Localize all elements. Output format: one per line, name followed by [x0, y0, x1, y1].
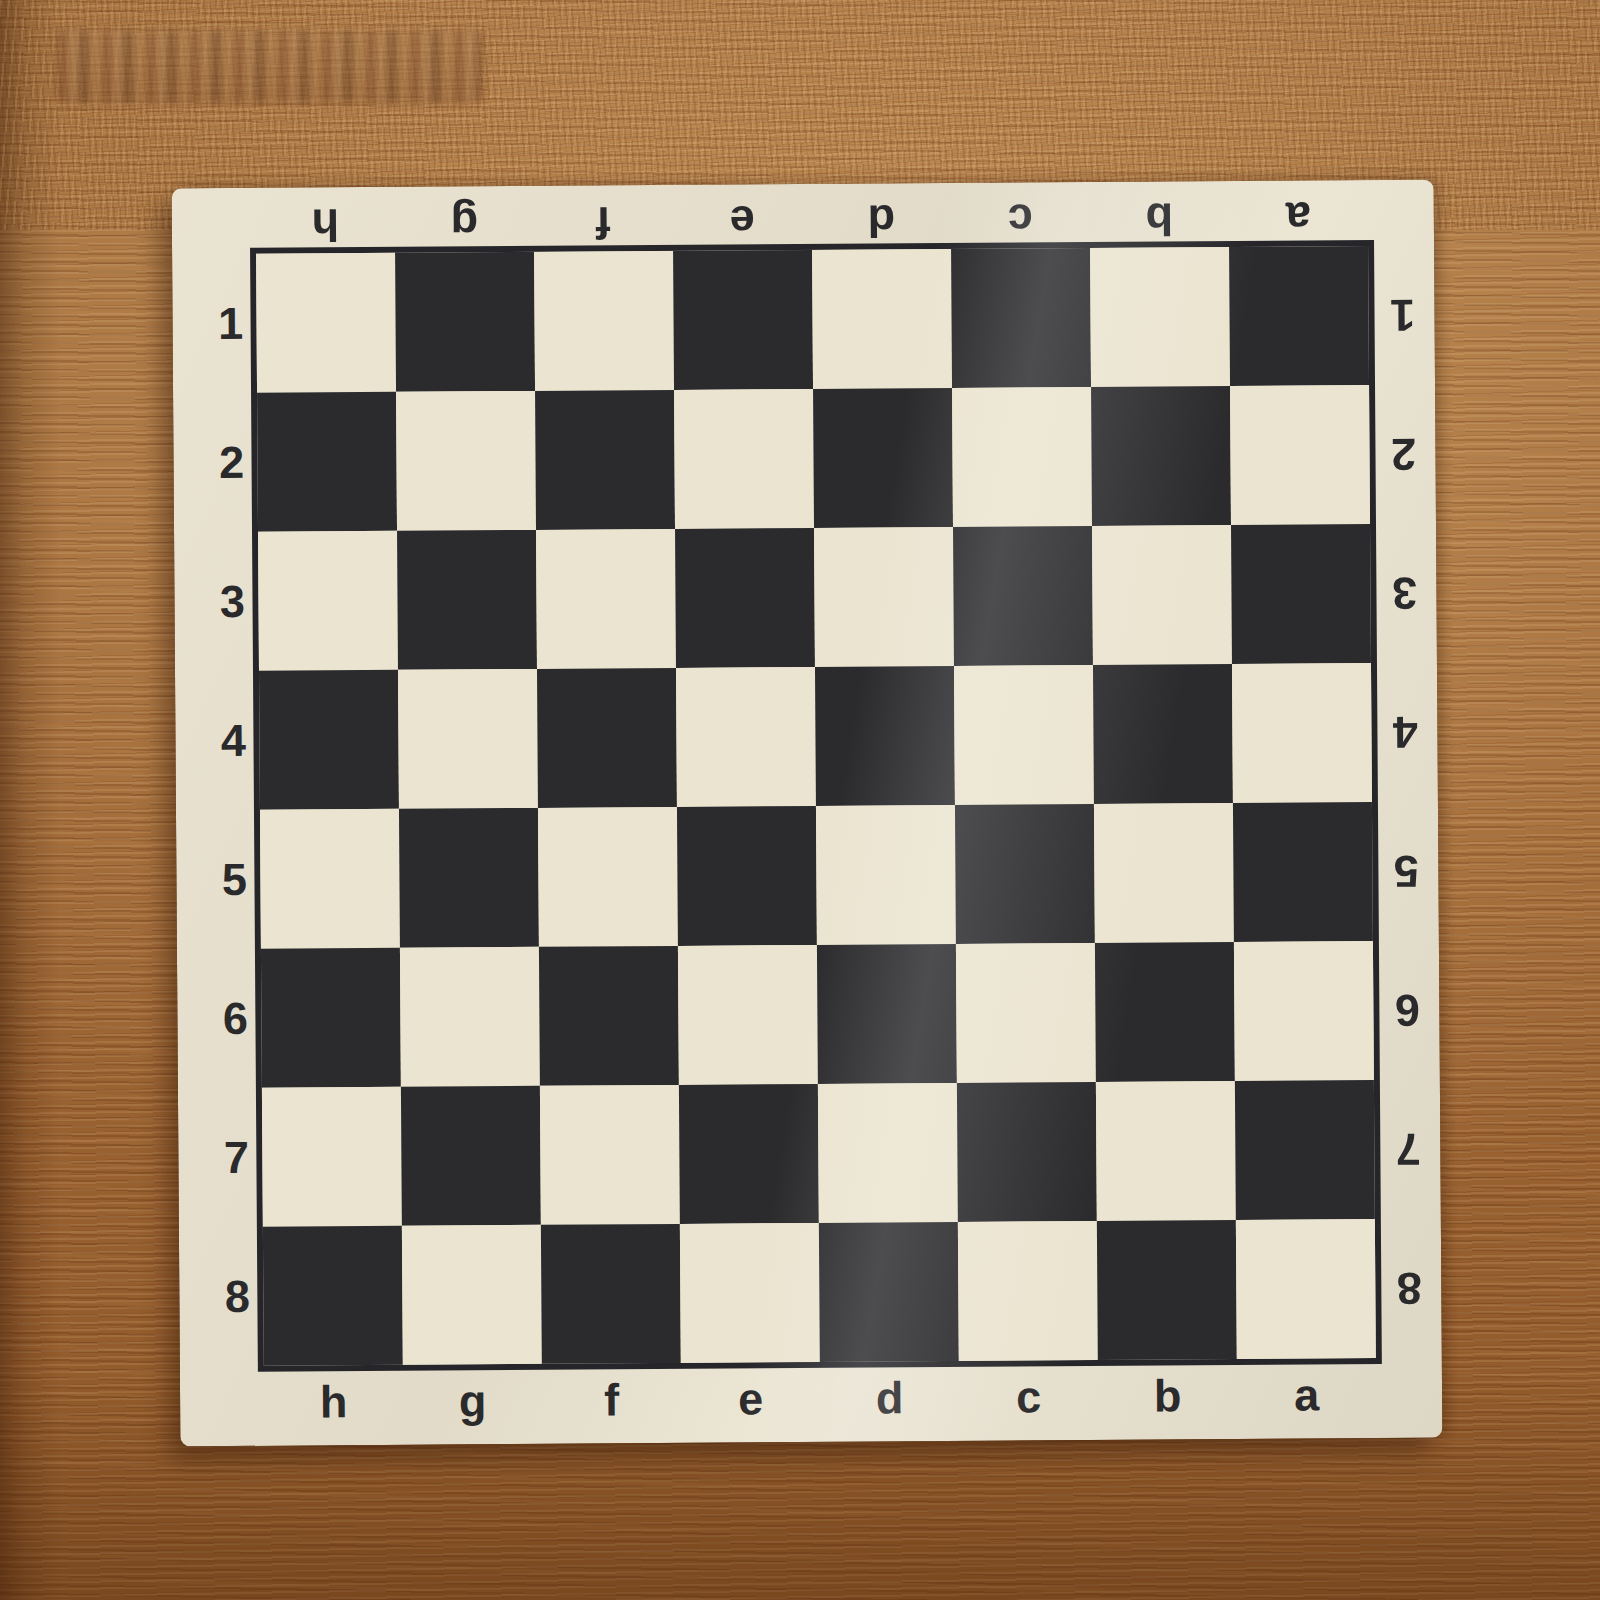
rank-right-label-4: 4: [1381, 663, 1430, 802]
rank-labels-right: 12345678: [1378, 246, 1434, 1358]
square-e4[interactable]: [676, 667, 816, 807]
square-e7[interactable]: [679, 1084, 819, 1224]
square-c8[interactable]: [958, 1221, 1098, 1361]
square-c6[interactable]: [956, 943, 1096, 1083]
file-top-label-e: e: [673, 198, 812, 247]
file-labels-bottom: hgfedcba: [264, 1370, 1376, 1426]
square-f7[interactable]: [540, 1085, 680, 1225]
square-a4[interactable]: [1232, 663, 1372, 803]
square-a8[interactable]: [1236, 1219, 1376, 1359]
square-a5[interactable]: [1233, 802, 1373, 942]
square-c2[interactable]: [952, 387, 1092, 527]
file-top-label-d: d: [812, 197, 951, 246]
rank-left-label-1: 1: [206, 254, 255, 393]
square-d3[interactable]: [814, 527, 954, 667]
square-f8[interactable]: [541, 1224, 681, 1364]
square-a6[interactable]: [1234, 941, 1374, 1081]
file-top-label-c: c: [951, 196, 1090, 245]
square-f6[interactable]: [539, 946, 679, 1086]
square-h1[interactable]: [256, 253, 396, 393]
square-g1[interactable]: [395, 252, 535, 392]
square-g3[interactable]: [397, 530, 537, 670]
square-h7[interactable]: [262, 1087, 402, 1227]
square-e3[interactable]: [675, 528, 815, 668]
square-f4[interactable]: [537, 668, 677, 808]
rank-right-label-3: 3: [1380, 524, 1429, 663]
rank-left-label-4: 4: [209, 671, 258, 810]
square-e2[interactable]: [674, 389, 814, 529]
file-bottom-label-f: f: [542, 1375, 681, 1424]
square-h4[interactable]: [259, 670, 399, 810]
square-h5[interactable]: [260, 809, 400, 949]
square-c1[interactable]: [951, 248, 1091, 388]
square-f1[interactable]: [534, 251, 674, 391]
square-b8[interactable]: [1097, 1220, 1237, 1360]
square-b4[interactable]: [1093, 664, 1233, 804]
file-top-label-g: g: [395, 200, 534, 249]
square-b6[interactable]: [1095, 942, 1235, 1082]
square-c5[interactable]: [955, 804, 1095, 944]
rank-right-label-7: 7: [1384, 1080, 1433, 1219]
square-a2[interactable]: [1230, 385, 1370, 525]
square-c7[interactable]: [957, 1082, 1097, 1222]
file-top-label-f: f: [534, 199, 673, 248]
square-d8[interactable]: [819, 1222, 959, 1362]
square-a3[interactable]: [1231, 524, 1371, 664]
file-bottom-label-c: c: [959, 1372, 1098, 1421]
rank-left-label-5: 5: [210, 810, 259, 949]
square-h2[interactable]: [257, 392, 397, 532]
square-f3[interactable]: [536, 529, 676, 669]
file-bottom-label-h: h: [264, 1377, 403, 1426]
rank-left-label-8: 8: [213, 1227, 262, 1366]
file-bottom-label-g: g: [403, 1376, 542, 1425]
square-g5[interactable]: [399, 808, 539, 948]
square-f2[interactable]: [535, 390, 675, 530]
square-d6[interactable]: [817, 944, 957, 1084]
chessboard-mat: hgfedcba 12345678 12345678 hgfedcba: [172, 180, 1443, 1447]
file-top-label-h: h: [256, 201, 395, 250]
square-b2[interactable]: [1091, 386, 1231, 526]
square-d4[interactable]: [815, 666, 955, 806]
square-d5[interactable]: [816, 805, 956, 945]
square-g4[interactable]: [398, 669, 538, 809]
square-e8[interactable]: [680, 1223, 820, 1363]
square-b7[interactable]: [1096, 1081, 1236, 1221]
square-d7[interactable]: [818, 1083, 958, 1223]
square-b5[interactable]: [1094, 803, 1234, 943]
rank-left-label-6: 6: [211, 949, 260, 1088]
rank-right-label-2: 2: [1379, 385, 1428, 524]
file-top-label-a: a: [1229, 194, 1368, 243]
square-d1[interactable]: [812, 249, 952, 389]
rank-right-label-6: 6: [1383, 941, 1432, 1080]
watermark-blurred: [58, 30, 482, 104]
square-g2[interactable]: [396, 391, 536, 531]
file-top-label-b: b: [1090, 195, 1229, 244]
square-g6[interactable]: [400, 947, 540, 1087]
square-g7[interactable]: [401, 1086, 541, 1226]
square-e6[interactable]: [678, 945, 818, 1085]
square-h8[interactable]: [263, 1226, 403, 1366]
rank-right-label-1: 1: [1378, 246, 1427, 385]
file-bottom-label-e: e: [681, 1374, 820, 1423]
square-h3[interactable]: [258, 531, 398, 671]
file-bottom-label-d: d: [820, 1373, 959, 1422]
rank-left-label-7: 7: [212, 1088, 261, 1227]
file-bottom-label-b: b: [1098, 1371, 1237, 1420]
rank-left-label-2: 2: [207, 393, 256, 532]
square-a7[interactable]: [1235, 1080, 1375, 1220]
file-bottom-label-a: a: [1237, 1370, 1376, 1419]
square-h6[interactable]: [261, 948, 401, 1088]
rank-right-label-8: 8: [1385, 1219, 1434, 1358]
square-f5[interactable]: [538, 807, 678, 947]
square-c3[interactable]: [953, 526, 1093, 666]
board-grid: [250, 240, 1382, 1372]
square-b1[interactable]: [1090, 247, 1230, 387]
square-b3[interactable]: [1092, 525, 1232, 665]
square-g8[interactable]: [402, 1225, 542, 1365]
square-e5[interactable]: [677, 806, 817, 946]
square-c4[interactable]: [954, 665, 1094, 805]
square-d2[interactable]: [813, 388, 953, 528]
square-a1[interactable]: [1229, 246, 1369, 386]
rank-right-label-5: 5: [1382, 802, 1431, 941]
rank-left-label-3: 3: [208, 532, 257, 671]
square-e1[interactable]: [673, 250, 813, 390]
